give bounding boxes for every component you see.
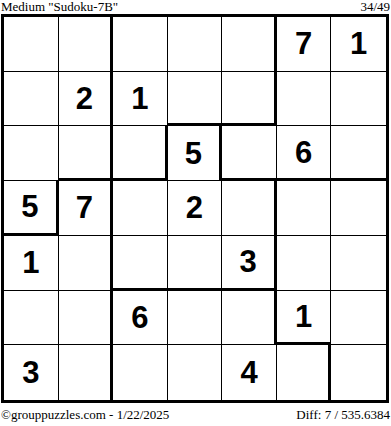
cell-r3c5[interactable]: [222, 126, 277, 181]
page-title: Medium "Sudoku-7B": [1, 0, 118, 15]
cell-r5c7[interactable]: [331, 236, 386, 291]
cell-r7c4[interactable]: [168, 345, 223, 400]
cell-r7c6[interactable]: [277, 345, 332, 400]
cell-r2c5[interactable]: [222, 72, 277, 127]
cell-r5c4[interactable]: [168, 236, 223, 291]
cell-r3c4[interactable]: 5: [168, 126, 223, 181]
cell-r4c2[interactable]: 7: [59, 181, 114, 236]
cell-r2c7[interactable]: [331, 72, 386, 127]
cell-r2c1[interactable]: [4, 72, 59, 127]
cell-r3c2[interactable]: [59, 126, 114, 181]
cell-r2c2[interactable]: 2: [59, 72, 114, 127]
cell-r4c1[interactable]: 5: [4, 181, 59, 236]
cell-r1c1[interactable]: [4, 17, 59, 72]
cell-r1c5[interactable]: [222, 17, 277, 72]
cell-r2c3[interactable]: 1: [113, 72, 168, 127]
difficulty-text: Diff: 7 / 535.6384: [296, 407, 390, 423]
cell-r5c1[interactable]: 1: [4, 236, 59, 291]
cell-r1c4[interactable]: [168, 17, 223, 72]
cell-r6c6[interactable]: 1: [277, 291, 332, 346]
cell-r3c6[interactable]: 6: [277, 126, 332, 181]
cell-r6c5[interactable]: [222, 291, 277, 346]
copyright-text: ©grouppuzzles.com - 1/22/2025: [1, 407, 169, 423]
cell-r1c6[interactable]: 7: [277, 17, 332, 72]
cell-r1c2[interactable]: [59, 17, 114, 72]
cell-r6c2[interactable]: [59, 291, 114, 346]
cell-r7c3[interactable]: [113, 345, 168, 400]
cell-r1c7[interactable]: 1: [331, 17, 386, 72]
cell-r1c3[interactable]: [113, 17, 168, 72]
cell-r4c6[interactable]: [277, 181, 332, 236]
cell-r6c7[interactable]: [331, 291, 386, 346]
cell-r2c4[interactable]: [168, 72, 223, 127]
cell-r7c2[interactable]: [59, 345, 114, 400]
cell-r4c4[interactable]: 2: [168, 181, 223, 236]
cell-r5c6[interactable]: [277, 236, 332, 291]
cell-r2c6[interactable]: [277, 72, 332, 127]
cell-r7c5[interactable]: 4: [222, 345, 277, 400]
puzzle-counter: 34/49: [360, 0, 390, 15]
sudoku-board: 712156572136134: [1, 14, 389, 403]
cell-r5c5[interactable]: 3: [222, 236, 277, 291]
cell-r4c7[interactable]: [331, 181, 386, 236]
cell-r5c3[interactable]: [113, 236, 168, 291]
cell-r3c7[interactable]: [331, 126, 386, 181]
cell-r7c1[interactable]: 3: [4, 345, 59, 400]
cell-r3c3[interactable]: [113, 126, 168, 181]
cell-r4c3[interactable]: [113, 181, 168, 236]
cell-r6c4[interactable]: [168, 291, 223, 346]
cell-r3c1[interactable]: [4, 126, 59, 181]
cell-r5c2[interactable]: [59, 236, 114, 291]
cell-r7c7[interactable]: [331, 345, 386, 400]
cell-r4c5[interactable]: [222, 181, 277, 236]
cell-r6c3[interactable]: 6: [113, 291, 168, 346]
cell-r6c1[interactable]: [4, 291, 59, 346]
